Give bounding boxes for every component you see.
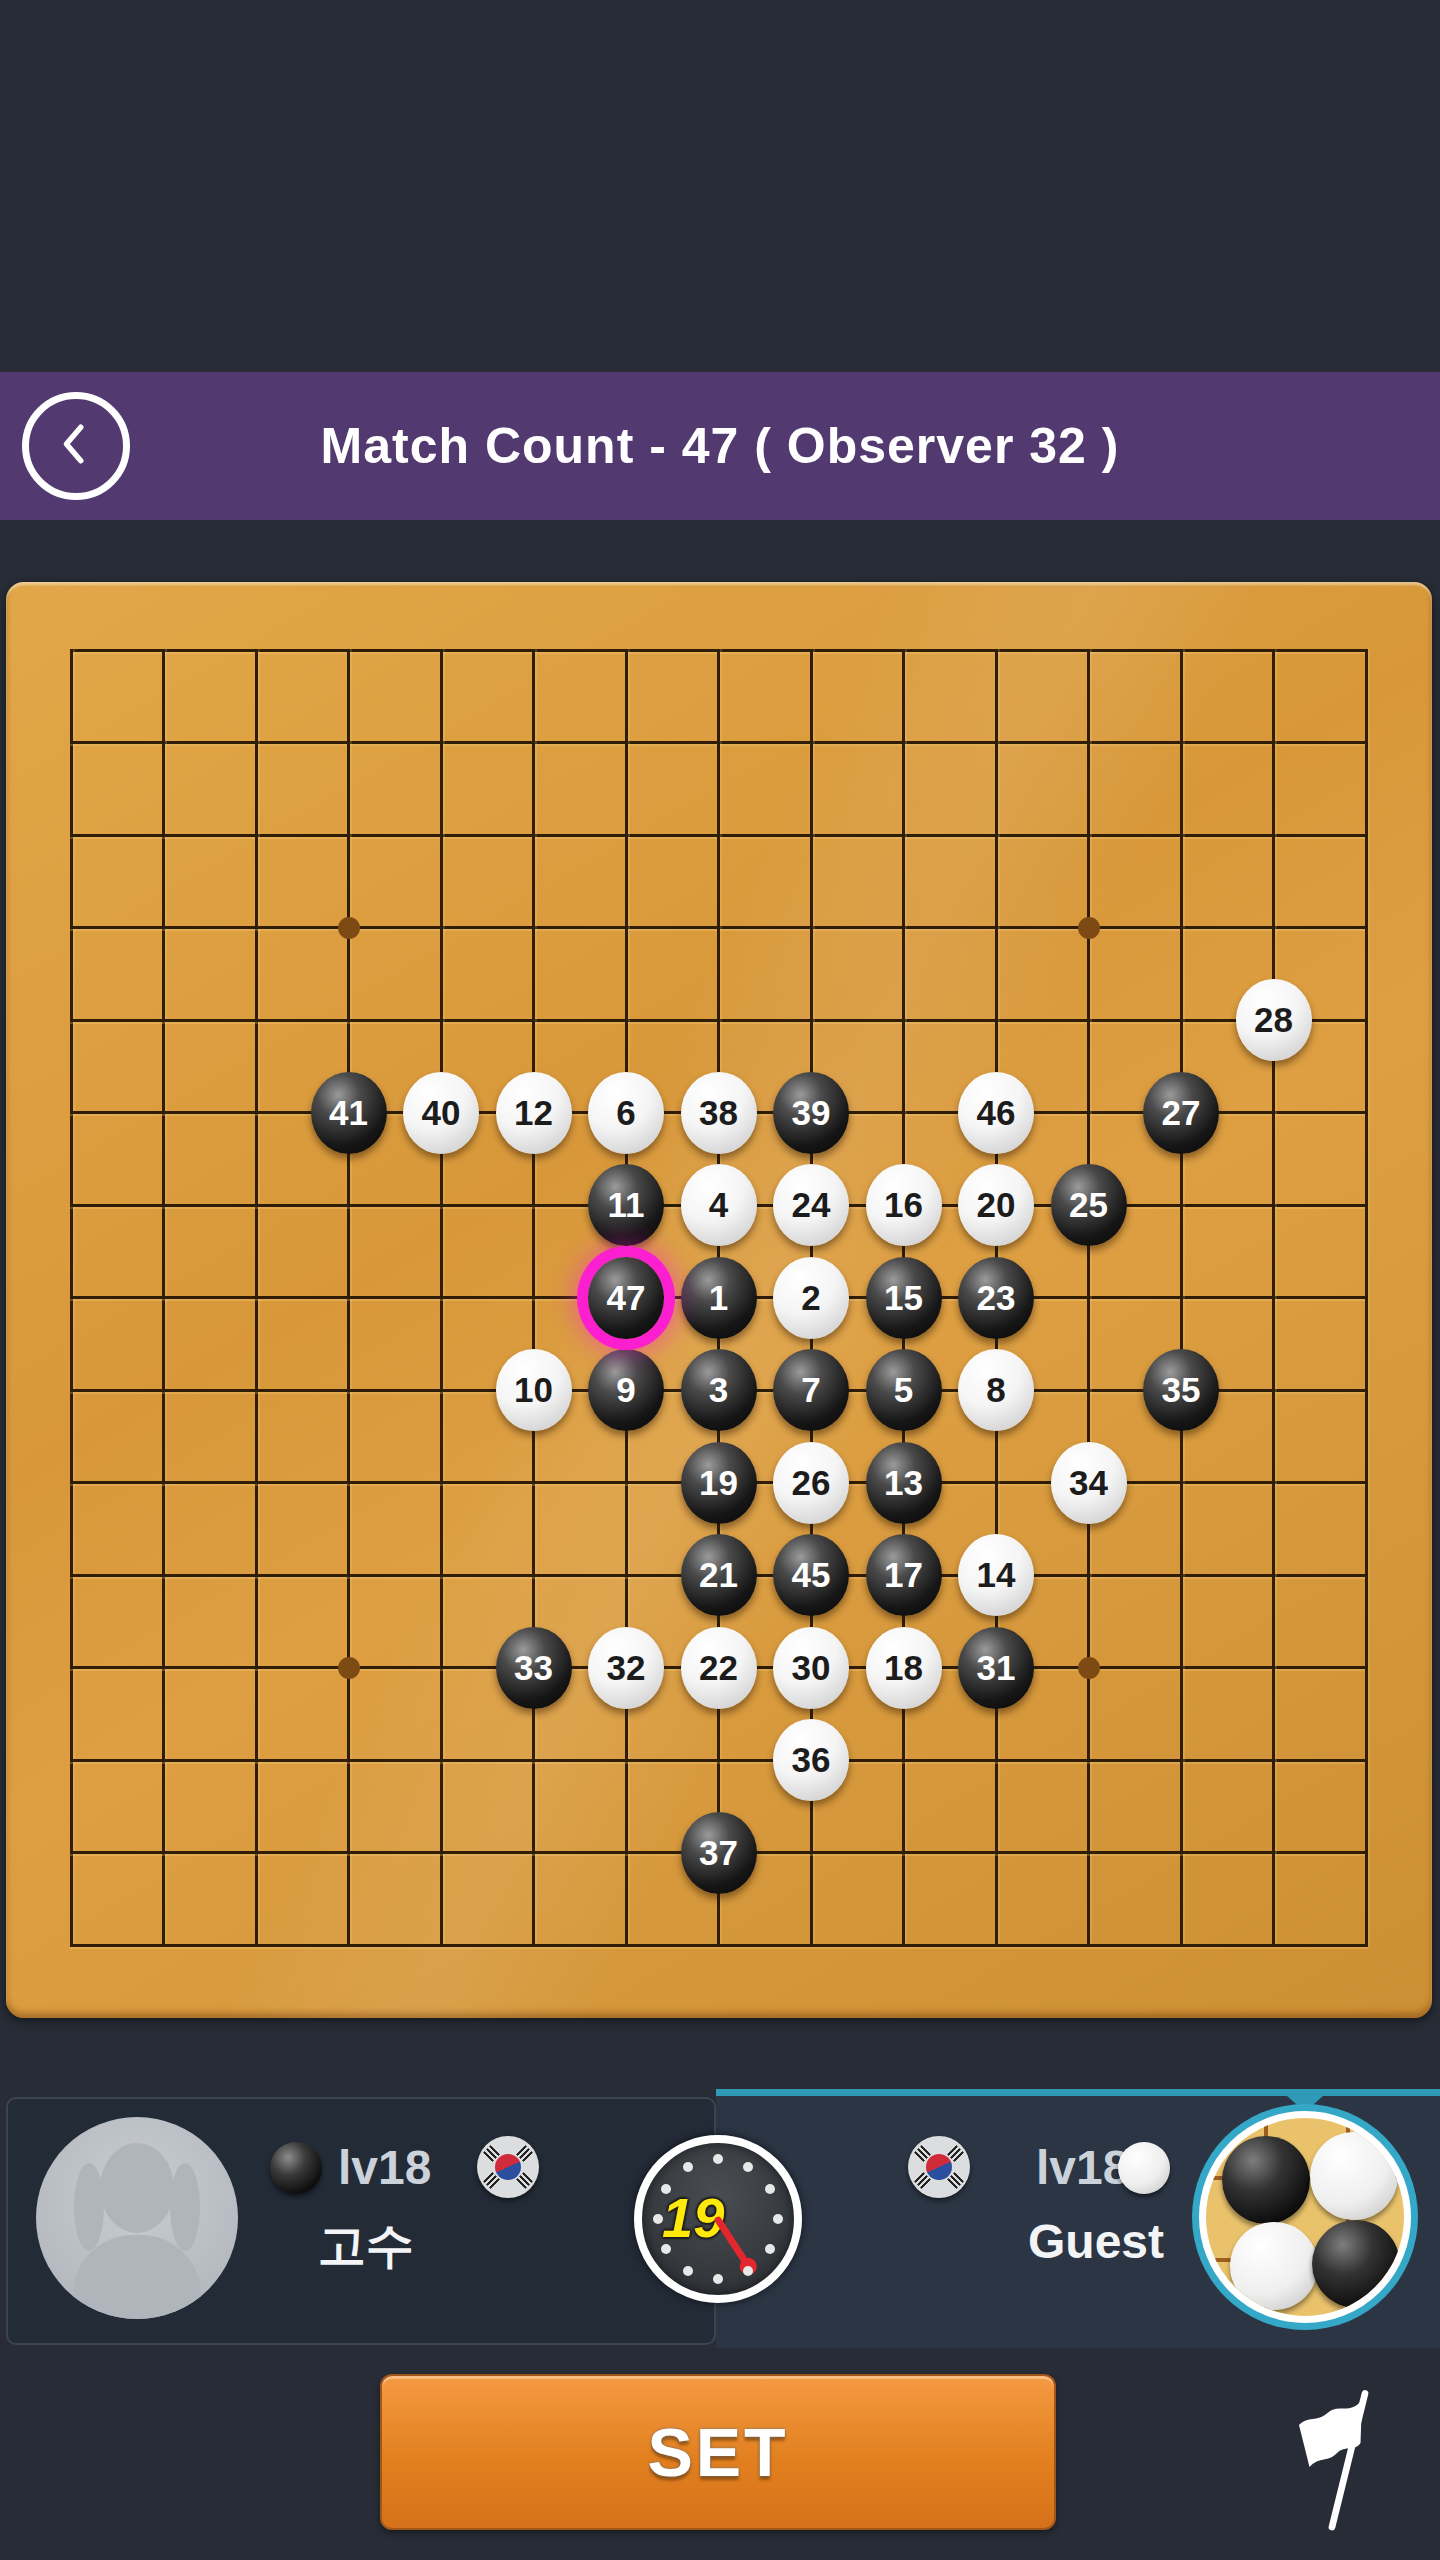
star-point (338, 917, 360, 939)
white-player-flag-korea-icon (908, 2136, 970, 2198)
stone-white-12: 12 (496, 1072, 572, 1154)
app-screen: Match Count - 47 ( Observer 32 ) 1234567… (0, 0, 1440, 2560)
star-point (338, 1657, 360, 1679)
grid-line (1180, 649, 1183, 1947)
stone-white-4: 4 (681, 1164, 757, 1246)
stone-black-37: 37 (681, 1812, 757, 1894)
clock-tick-dot (765, 2184, 775, 2194)
stone-white-40: 40 (403, 1072, 479, 1154)
stone-black-27: 27 (1143, 1072, 1219, 1154)
grid-line (1272, 649, 1275, 1947)
clock-tick-dot (683, 2162, 693, 2172)
stone-black-39: 39 (773, 1072, 849, 1154)
stone-white-46: 46 (958, 1072, 1034, 1154)
stone-white-2: 2 (773, 1257, 849, 1339)
board-grid[interactable]: 1234567891011121314151617181920212223242… (71, 650, 1366, 1945)
header-bar: Match Count - 47 ( Observer 32 ) (0, 372, 1440, 520)
clock-tick-dot (765, 2244, 775, 2254)
clock-tick-dot (773, 2214, 783, 2224)
stone-white-30: 30 (773, 1627, 849, 1709)
page-title: Match Count - 47 ( Observer 32 ) (0, 372, 1440, 520)
stone-black-15: 15 (866, 1257, 942, 1339)
stone-black-17: 17 (866, 1534, 942, 1616)
avatar-silhouette (100, 2143, 174, 2233)
clock-tick-dot (661, 2244, 671, 2254)
stone-black-13: 13 (866, 1442, 942, 1524)
stone-black-5: 5 (866, 1349, 942, 1431)
stone-white-18: 18 (866, 1627, 942, 1709)
stone-white-28: 28 (1236, 979, 1312, 1061)
board: 1234567891011121314151617181920212223242… (6, 582, 1432, 2018)
stone-black-9: 9 (588, 1349, 664, 1431)
stone-black-45: 45 (773, 1534, 849, 1616)
resign-flag-icon[interactable] (1258, 2386, 1418, 2536)
black-stone-icon (270, 2142, 322, 2194)
white-stone-icon (1118, 2142, 1170, 2194)
avatar-go-stone (1230, 2222, 1318, 2310)
clock-tick-dot (653, 2214, 663, 2224)
stone-white-26: 26 (773, 1442, 849, 1524)
stone-white-22: 22 (681, 1627, 757, 1709)
grid-line (70, 1759, 1368, 1762)
stone-white-32: 32 (588, 1627, 664, 1709)
set-button[interactable]: SET (380, 2374, 1056, 2530)
taegeuk-icon (926, 2154, 952, 2180)
stone-black-3: 3 (681, 1349, 757, 1431)
stone-white-20: 20 (958, 1164, 1034, 1246)
stone-black-41: 41 (311, 1072, 387, 1154)
stone-white-6: 6 (588, 1072, 664, 1154)
black-player-avatar (36, 2117, 238, 2319)
black-player-level: lv18 (338, 2140, 431, 2195)
star-point (1078, 917, 1100, 939)
stone-black-33: 33 (496, 1627, 572, 1709)
clock-tick-dot (661, 2184, 671, 2194)
stone-black-35: 35 (1143, 1349, 1219, 1431)
star-point (1078, 1657, 1100, 1679)
stone-black-47: 47 (588, 1257, 664, 1339)
grid-line (1365, 649, 1368, 1947)
stone-white-16: 16 (866, 1164, 942, 1246)
clock-tick-dot (743, 2266, 753, 2276)
grid-line (1087, 649, 1090, 1947)
game-clock: 19 (634, 2135, 802, 2303)
white-player-avatar (1199, 2111, 1411, 2323)
black-player-flag-korea-icon (477, 2136, 539, 2198)
avatar-go-stone (1222, 2136, 1310, 2224)
stone-black-23: 23 (958, 1257, 1034, 1339)
taegeuk-icon (495, 2154, 521, 2180)
clock-tick-dot (683, 2266, 693, 2276)
stone-white-24: 24 (773, 1164, 849, 1246)
set-button-label: SET (647, 2413, 788, 2491)
stone-white-34: 34 (1051, 1442, 1127, 1524)
stone-black-1: 1 (681, 1257, 757, 1339)
stone-black-21: 21 (681, 1534, 757, 1616)
stone-black-25: 25 (1051, 1164, 1127, 1246)
active-player-triangle-icon (1287, 2096, 1323, 2112)
stone-white-38: 38 (681, 1072, 757, 1154)
clock-tick-dot (743, 2162, 753, 2172)
stone-black-11: 11 (588, 1164, 664, 1246)
white-player-level: lv18 (1036, 2140, 1129, 2195)
grid-line (70, 1944, 1368, 1947)
avatar-silhouette (74, 2163, 104, 2251)
stone-white-8: 8 (958, 1349, 1034, 1431)
avatar-silhouette (170, 2163, 200, 2251)
stone-black-7: 7 (773, 1349, 849, 1431)
white-player-name: Guest (1028, 2214, 1164, 2269)
stone-white-36: 36 (773, 1719, 849, 1801)
stone-white-14: 14 (958, 1534, 1034, 1616)
stone-black-19: 19 (681, 1442, 757, 1524)
clock-tick-dot (713, 2274, 723, 2284)
clock-tick-dot (713, 2154, 723, 2164)
black-player-name: 고수 (318, 2214, 414, 2278)
stone-black-31: 31 (958, 1627, 1034, 1709)
stone-white-10: 10 (496, 1349, 572, 1431)
